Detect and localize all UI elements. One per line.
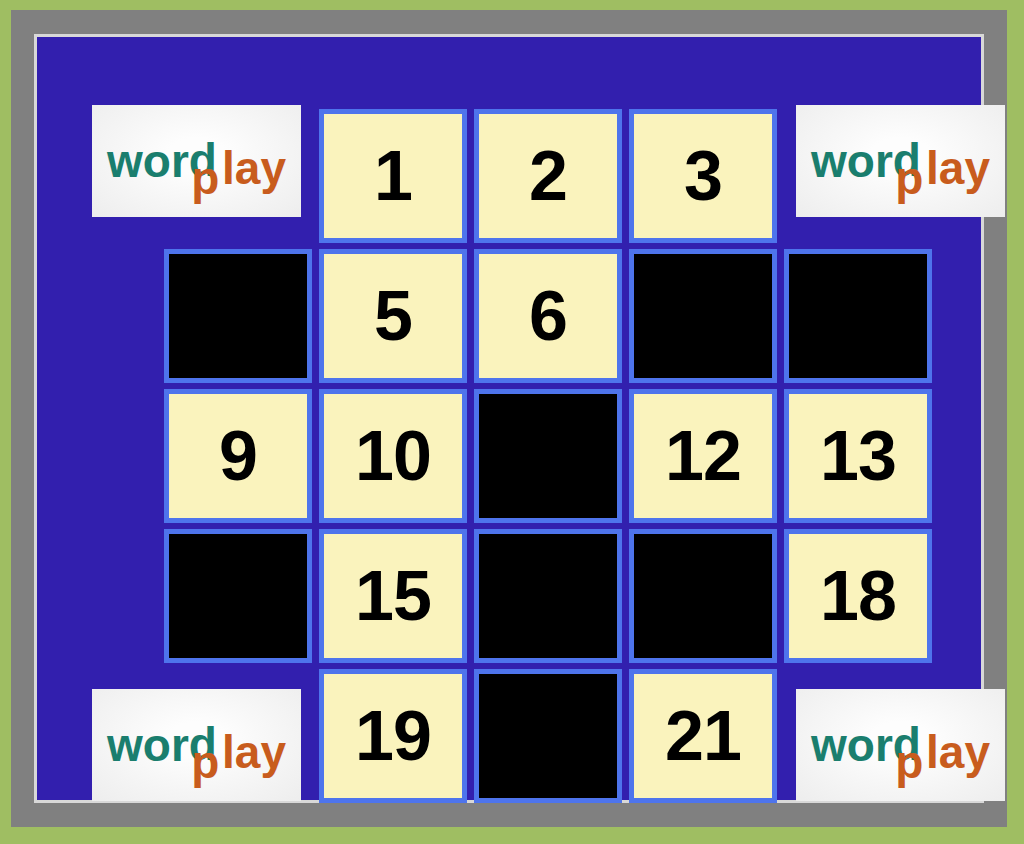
cell-number-label: 9 [219, 421, 257, 491]
black-cell-r2c4 [629, 249, 777, 383]
black-cell-r5c3 [474, 669, 622, 803]
logo-text-wor: wor [811, 138, 893, 184]
wordplay-logo-bottom-right: wordplay [796, 689, 1005, 801]
cell-number-19[interactable]: 19 [319, 669, 467, 803]
black-cell-r4c3 [474, 529, 622, 663]
logo-text-lay: lay [222, 145, 286, 191]
cell-number-label: 6 [529, 281, 567, 351]
cell-number-label: 12 [665, 421, 741, 491]
black-cell-r4c4 [629, 529, 777, 663]
cell-number-label: 19 [355, 701, 431, 771]
cell-number-3[interactable]: 3 [629, 109, 777, 243]
cell-number-13[interactable]: 13 [784, 389, 932, 523]
wordplay-logo-top-right: wordplay [796, 105, 1005, 217]
logo-text-p: p [895, 155, 923, 201]
cell-number-15[interactable]: 15 [319, 529, 467, 663]
cell-number-21[interactable]: 21 [629, 669, 777, 803]
cell-number-1[interactable]: 1 [319, 109, 467, 243]
logo-text-p: p [191, 155, 219, 201]
cell-number-label: 2 [529, 141, 567, 211]
wordplay-logo-bottom-left: wordplay [92, 689, 301, 801]
puzzle-stage: 1 2 3 5 6 9 10 12 13 15 18 19 [0, 0, 1024, 844]
cell-number-9[interactable]: 9 [164, 389, 312, 523]
puzzle-board-panel: 1 2 3 5 6 9 10 12 13 15 18 19 [34, 34, 984, 803]
cell-number-label: 10 [355, 421, 431, 491]
cell-number-6[interactable]: 6 [474, 249, 622, 383]
black-cell-r2c1 [164, 249, 312, 383]
cell-number-label: 1 [374, 141, 412, 211]
black-cell-r2c5 [784, 249, 932, 383]
cell-number-label: 15 [355, 561, 431, 631]
logo-text-lay: lay [926, 145, 990, 191]
logo-text-lay: lay [926, 729, 990, 775]
cell-number-label: 21 [665, 701, 741, 771]
cell-number-label: 13 [820, 421, 896, 491]
logo-text-p: p [191, 739, 219, 785]
black-cell-r3c3 [474, 389, 622, 523]
cell-number-label: 5 [374, 281, 412, 351]
logo-text-wor: wor [107, 138, 189, 184]
cell-number-5[interactable]: 5 [319, 249, 467, 383]
wordplay-logo-top-left: wordplay [92, 105, 301, 217]
cell-number-label: 3 [684, 141, 722, 211]
cell-number-label: 18 [820, 561, 896, 631]
cell-number-18[interactable]: 18 [784, 529, 932, 663]
logo-text-lay: lay [222, 729, 286, 775]
black-cell-r4c1 [164, 529, 312, 663]
cell-number-12[interactable]: 12 [629, 389, 777, 523]
logo-text-p: p [895, 739, 923, 785]
logo-text-wor: wor [107, 722, 189, 768]
logo-text-wor: wor [811, 722, 893, 768]
cell-number-10[interactable]: 10 [319, 389, 467, 523]
cell-number-2[interactable]: 2 [474, 109, 622, 243]
